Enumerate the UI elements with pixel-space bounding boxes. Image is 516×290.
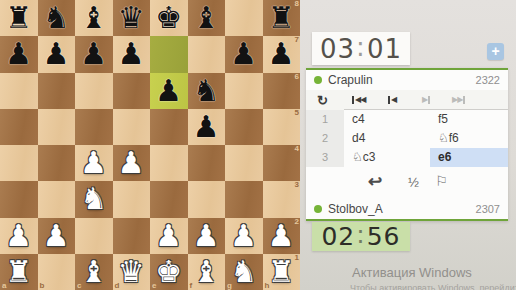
square-b2[interactable]: ♟ <box>38 218 76 254</box>
game-card: Crapulin 2322 ↻ ◀◀ ◀ ▶ ▶▶ 1 c4 f5 2 d4 ♘… <box>306 68 508 221</box>
square-c4[interactable]: ♟ <box>75 145 113 181</box>
top-player-clock: 03:01 <box>312 32 410 65</box>
white-bishop[interactable]: ♝ <box>188 254 226 290</box>
square-h4[interactable]: 4 <box>263 145 301 181</box>
square-g2[interactable]: ♟ <box>225 218 263 254</box>
black-knight[interactable]: ♞ <box>38 0 76 36</box>
square-g1[interactable]: ♞g <box>225 254 263 290</box>
black-knight[interactable]: ♞ <box>188 73 226 109</box>
square-g5[interactable] <box>225 109 263 145</box>
square-f4[interactable] <box>188 145 226 181</box>
top-clock-seconds: 01 <box>367 34 402 64</box>
coordinate-rank-8: 8 <box>295 0 299 8</box>
square-b7[interactable]: ♟ <box>38 36 76 72</box>
move-number: 1 <box>306 110 344 129</box>
bottom-player-name: Stolbov_A <box>328 202 383 216</box>
coordinate-rank-7: 7 <box>295 36 299 44</box>
game-actions: ↩ ½ ⚐ <box>306 167 508 199</box>
square-f3[interactable] <box>188 181 226 217</box>
black-pawn[interactable]: ♟ <box>188 109 226 145</box>
resign-flag-icon[interactable]: ⚐ <box>435 174 448 188</box>
move-white[interactable]: ♘c3 <box>344 148 430 167</box>
coordinate-file-h: h <box>265 282 270 290</box>
square-a7[interactable]: ♟ <box>0 36 38 72</box>
windows-activation-watermark: Активация Windows <box>352 265 472 280</box>
takeback-icon[interactable]: ↩ <box>368 173 382 190</box>
next-move-icon[interactable]: ▶ <box>422 90 430 110</box>
square-d7[interactable]: ♟ <box>113 36 151 72</box>
square-c1[interactable]: ♝c <box>75 254 113 290</box>
square-g4[interactable] <box>225 145 263 181</box>
square-g8[interactable] <box>225 0 263 36</box>
move-row: 2 d4 ♘f6 <box>306 129 508 148</box>
top-clock-minutes: 03 <box>320 34 355 64</box>
coordinate-file-e: e <box>152 282 156 290</box>
square-e8[interactable]: ♚ <box>150 0 188 36</box>
coordinate-rank-2: 2 <box>295 218 299 226</box>
square-b8[interactable]: ♞ <box>38 0 76 36</box>
square-f5[interactable]: ♟ <box>188 109 226 145</box>
top-player-row[interactable]: Crapulin 2322 <box>306 70 508 90</box>
square-h3[interactable]: 3 <box>263 181 301 217</box>
coordinate-file-d: d <box>115 282 120 290</box>
top-player-name: Crapulin <box>328 73 373 87</box>
black-pawn[interactable]: ♟ <box>38 36 76 72</box>
move-white[interactable]: d4 <box>344 129 430 148</box>
square-b5[interactable] <box>38 109 76 145</box>
square-a1[interactable]: ♜a <box>0 254 38 290</box>
coordinate-file-b: b <box>40 282 45 290</box>
coordinate-rank-3: 3 <box>295 181 299 189</box>
bottom-player-clock: 02:56 <box>312 222 410 251</box>
square-f8[interactable]: ♝ <box>188 0 226 36</box>
square-c5[interactable] <box>75 109 113 145</box>
move-black[interactable]: f5 <box>430 110 508 129</box>
white-knight[interactable]: ♞ <box>75 181 113 217</box>
chess-board[interactable]: ♜♞♝♛♚♝♜8♟♟♟♟♟♟7♟♞6♟5♟♟4♞3♟♟♟♟♟♟2♜ab♝c♛d♚… <box>0 0 300 290</box>
black-pawn[interactable]: ♟ <box>0 36 38 72</box>
black-bishop[interactable]: ♝ <box>188 0 226 36</box>
square-c6[interactable] <box>75 73 113 109</box>
replay-controls: ↻ ◀◀ ◀ ▶ ▶▶ <box>306 90 508 110</box>
white-pawn[interactable]: ♟ <box>150 218 188 254</box>
square-d4[interactable]: ♟ <box>113 145 151 181</box>
square-f7[interactable] <box>188 36 226 72</box>
square-e3[interactable] <box>150 181 188 217</box>
square-a8[interactable]: ♜ <box>0 0 38 36</box>
square-a2[interactable]: ♟ <box>0 218 38 254</box>
square-d2[interactable] <box>113 218 151 254</box>
top-clock-colon: : <box>356 32 366 62</box>
square-d1[interactable]: ♛d <box>113 254 151 290</box>
move-number: 3 <box>306 148 344 167</box>
square-e7[interactable] <box>150 36 188 72</box>
bottom-clock-minutes: 02 <box>321 222 355 251</box>
coordinate-file-a: a <box>2 282 6 290</box>
square-d8[interactable]: ♛ <box>113 0 151 36</box>
square-c7[interactable]: ♟ <box>75 36 113 72</box>
coordinate-rank-5: 5 <box>295 109 299 117</box>
coordinate-rank-1: 1 <box>295 254 299 262</box>
white-pawn[interactable]: ♟ <box>225 218 263 254</box>
move-row: 1 c4 f5 <box>306 110 508 129</box>
square-f2[interactable]: ♟ <box>188 218 226 254</box>
bottom-clock-colon: : <box>356 220 365 249</box>
square-e5[interactable] <box>150 109 188 145</box>
black-pawn[interactable]: ♟ <box>150 73 188 109</box>
previous-move-icon[interactable]: ◀ <box>388 90 396 110</box>
black-pawn[interactable]: ♟ <box>113 36 151 72</box>
controls-divider <box>344 109 508 110</box>
move-row: 3 ♘c3 e6 <box>306 148 508 167</box>
bottom-clock-seconds: 56 <box>367 222 401 251</box>
white-pawn[interactable]: ♟ <box>113 145 151 181</box>
last-move-icon[interactable]: ▶▶ <box>452 90 465 110</box>
square-h7[interactable]: ♟7 <box>263 36 301 72</box>
square-a6[interactable] <box>0 73 38 109</box>
black-bishop[interactable]: ♝ <box>75 0 113 36</box>
square-h5[interactable]: 5 <box>263 109 301 145</box>
square-f1[interactable]: ♝f <box>188 254 226 290</box>
square-e1[interactable]: ♚e <box>150 254 188 290</box>
square-b4[interactable] <box>38 145 76 181</box>
white-pawn[interactable]: ♟ <box>38 218 76 254</box>
white-pawn[interactable]: ♟ <box>188 218 226 254</box>
square-a4[interactable] <box>0 145 38 181</box>
coordinate-rank-4: 4 <box>295 145 299 153</box>
draw-offer-icon[interactable]: ½ <box>408 176 419 189</box>
add-time-button[interactable]: + <box>487 43 504 60</box>
square-c8[interactable]: ♝ <box>75 0 113 36</box>
coordinate-file-g: g <box>227 282 232 290</box>
move-black[interactable]: ♘f6 <box>430 129 508 148</box>
move-black-current[interactable]: e6 <box>430 148 508 167</box>
square-b1[interactable]: b <box>38 254 76 290</box>
square-c3[interactable]: ♞ <box>75 181 113 217</box>
online-status-icon <box>314 76 322 84</box>
black-king[interactable]: ♚ <box>150 0 188 36</box>
coordinate-file-c: c <box>77 282 81 290</box>
square-d3[interactable] <box>113 181 151 217</box>
move-white[interactable]: c4 <box>344 110 430 129</box>
square-h6[interactable]: 6 <box>263 73 301 109</box>
square-g7[interactable]: ♟ <box>225 36 263 72</box>
square-g3[interactable] <box>225 181 263 217</box>
black-pawn[interactable]: ♟ <box>225 36 263 72</box>
square-g6[interactable] <box>225 73 263 109</box>
square-b6[interactable] <box>38 73 76 109</box>
coordinate-rank-6: 6 <box>295 73 299 81</box>
chess-app-window: ♜♞♝♛♚♝♜8♟♟♟♟♟♟7♟♞6♟5♟♟4♞3♟♟♟♟♟♟2♜ab♝c♛d♚… <box>0 0 516 290</box>
bottom-player-row[interactable]: Stolbov_A 2307 <box>306 199 508 219</box>
white-pawn[interactable]: ♟ <box>0 218 38 254</box>
black-queen[interactable]: ♛ <box>113 0 151 36</box>
windows-activation-watermark-line2: Чтобы активировать Windows, перейдите в … <box>350 283 516 290</box>
square-b3[interactable] <box>38 181 76 217</box>
square-a5[interactable] <box>0 109 38 145</box>
square-a3[interactable] <box>0 181 38 217</box>
square-f6[interactable]: ♞ <box>188 73 226 109</box>
square-e4[interactable] <box>150 145 188 181</box>
cycle-icon[interactable]: ↻ <box>317 90 328 110</box>
online-status-icon <box>314 205 322 213</box>
black-rook[interactable]: ♜ <box>0 0 38 36</box>
game-panel: 03:01 + Crapulin 2322 ↻ ◀◀ ◀ ▶ ▶▶ 1 c4 f… <box>300 0 516 290</box>
square-h8[interactable]: ♜8 <box>263 0 301 36</box>
square-e2[interactable]: ♟ <box>150 218 188 254</box>
square-c2[interactable] <box>75 218 113 254</box>
square-e6[interactable]: ♟ <box>150 73 188 109</box>
square-d6[interactable] <box>113 73 151 109</box>
square-h1[interactable]: ♜1h <box>263 254 301 290</box>
coordinate-file-f: f <box>190 282 193 290</box>
square-d5[interactable] <box>113 109 151 145</box>
first-move-icon[interactable]: ◀◀ <box>352 90 365 110</box>
black-pawn[interactable]: ♟ <box>75 36 113 72</box>
bottom-player-rating: 2307 <box>476 203 500 215</box>
top-player-rating: 2322 <box>476 74 500 86</box>
white-pawn[interactable]: ♟ <box>75 145 113 181</box>
square-h2[interactable]: ♟2 <box>263 218 301 254</box>
move-number: 2 <box>306 129 344 148</box>
